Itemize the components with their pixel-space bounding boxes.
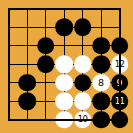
intersection-c4-r3[interactable]	[55, 36, 74, 55]
intersection-c7-r5[interactable]: 9	[110, 73, 129, 92]
go-diagram: 12891110	[0, 0, 133, 133]
intersection-c1-r6[interactable]	[0, 92, 18, 111]
intersection-c1-r5[interactable]	[0, 73, 18, 92]
black-stone	[55, 18, 73, 36]
black-stone	[18, 92, 36, 110]
intersection-c7-r3[interactable]	[110, 36, 129, 55]
move-number-label: 9	[116, 78, 122, 88]
white-stone-move-10: 10	[74, 111, 92, 129]
move-number-label: 10	[78, 115, 88, 124]
black-stone	[111, 111, 129, 129]
intersection-c4-r5[interactable]	[55, 73, 74, 92]
intersection-c1-r7[interactable]	[0, 110, 18, 129]
white-stone	[55, 55, 73, 73]
black-stone	[74, 74, 92, 92]
intersection-c4-r6[interactable]	[55, 92, 74, 111]
black-stone-move-9: 9	[111, 74, 129, 92]
black-stone	[92, 55, 110, 73]
intersection-c4-r7[interactable]	[55, 110, 74, 129]
intersection-c5-r3[interactable]	[73, 36, 92, 55]
intersection-c4-r1[interactable]	[55, 0, 74, 18]
white-stone	[74, 92, 92, 110]
intersection-c5-r2[interactable]	[73, 18, 92, 37]
go-board: 12891110	[0, 0, 129, 129]
intersection-c6-r6[interactable]	[92, 92, 111, 111]
intersection-c2-r4[interactable]	[18, 55, 37, 74]
intersection-c5-r4[interactable]	[73, 55, 92, 74]
intersection-c4-r2[interactable]	[55, 18, 74, 37]
intersection-c6-r3[interactable]	[92, 36, 111, 55]
intersection-c2-r2[interactable]	[18, 18, 37, 37]
black-stone	[111, 37, 129, 55]
intersection-c7-r6[interactable]: 11	[110, 92, 129, 111]
intersection-c2-r6[interactable]	[18, 92, 37, 111]
black-stone	[92, 37, 110, 55]
intersection-c5-r7[interactable]: 10	[73, 110, 92, 129]
intersection-c6-r2[interactable]	[92, 18, 111, 37]
intersection-c3-r2[interactable]	[36, 18, 55, 37]
intersection-c3-r6[interactable]	[36, 92, 55, 111]
intersection-c3-r1[interactable]	[36, 0, 55, 18]
intersection-c7-r1[interactable]	[110, 0, 129, 18]
intersection-c5-r5[interactable]	[73, 73, 92, 92]
intersection-c1-r4[interactable]	[0, 55, 18, 74]
intersection-c7-r2[interactable]	[110, 18, 129, 37]
white-stone	[55, 92, 73, 110]
black-stone	[37, 37, 55, 55]
white-stone	[74, 55, 92, 73]
intersection-c2-r7[interactable]	[18, 110, 37, 129]
intersection-c5-r1[interactable]	[73, 0, 92, 18]
intersection-c2-r5[interactable]	[18, 73, 37, 92]
intersection-c3-r5[interactable]	[36, 73, 55, 92]
white-stone-move-12: 12	[111, 55, 129, 73]
move-number-label: 12	[115, 60, 125, 69]
black-stone	[92, 111, 110, 129]
white-stone-move-8: 8	[92, 74, 110, 92]
black-stone-move-11: 11	[111, 92, 129, 110]
white-stone	[55, 111, 73, 129]
intersection-c5-r6[interactable]	[73, 92, 92, 111]
black-stone	[18, 74, 36, 92]
black-stone	[74, 18, 92, 36]
intersection-c1-r1[interactable]	[0, 0, 18, 18]
intersection-c7-r7[interactable]	[110, 110, 129, 129]
intersection-c1-r3[interactable]	[0, 36, 18, 55]
intersection-c6-r5[interactable]: 8	[92, 73, 111, 92]
intersection-c6-r7[interactable]	[92, 110, 111, 129]
intersection-c3-r3[interactable]	[36, 36, 55, 55]
intersection-c6-r1[interactable]	[92, 0, 111, 18]
intersection-c4-r4[interactable]	[55, 55, 74, 74]
intersection-c7-r4[interactable]: 12	[110, 55, 129, 74]
intersection-c3-r4[interactable]	[36, 55, 55, 74]
intersection-c3-r7[interactable]	[36, 110, 55, 129]
intersection-c1-r2[interactable]	[0, 18, 18, 37]
move-number-label: 11	[115, 97, 125, 106]
black-stone	[92, 92, 110, 110]
black-stone	[37, 55, 55, 73]
intersection-c6-r4[interactable]	[92, 55, 111, 74]
intersection-c2-r1[interactable]	[18, 0, 37, 18]
move-number-label: 8	[98, 78, 104, 88]
white-stone	[55, 74, 73, 92]
intersection-c2-r3[interactable]	[18, 36, 37, 55]
